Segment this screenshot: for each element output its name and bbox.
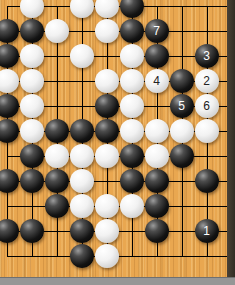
stone-move-number: 6 <box>203 94 210 118</box>
go-stone-black: 3 <box>195 44 219 68</box>
go-stone-white: 6 <box>195 94 219 118</box>
go-stone-white <box>70 194 94 218</box>
go-stone-black <box>20 169 44 193</box>
go-stone-black <box>20 144 44 168</box>
go-stone-white <box>20 69 44 93</box>
go-stone-black <box>95 119 119 143</box>
go-stone-black <box>70 219 94 243</box>
go-stone-black <box>120 144 144 168</box>
go-stone-white <box>20 119 44 143</box>
board-bottom-margin <box>0 277 235 285</box>
go-stone-black <box>120 0 144 18</box>
go-stone-black: 7 <box>145 19 169 43</box>
board-right-edge <box>227 0 235 277</box>
go-stone-black <box>70 119 94 143</box>
go-stone-white <box>195 119 219 143</box>
stone-move-number: 7 <box>153 19 160 43</box>
go-stone-black <box>145 169 169 193</box>
go-stone-white <box>145 144 169 168</box>
go-stone-black <box>45 169 69 193</box>
go-stone-black <box>145 44 169 68</box>
go-stone-black <box>70 244 94 268</box>
go-stone-white <box>120 194 144 218</box>
go-stone-white <box>120 94 144 118</box>
go-stone-white <box>120 44 144 68</box>
go-stone-black <box>20 19 44 43</box>
go-stone-black <box>170 69 194 93</box>
go-stone-white <box>95 244 119 268</box>
go-stone-white <box>70 144 94 168</box>
go-stone-white <box>70 169 94 193</box>
stone-move-number: 2 <box>203 69 210 93</box>
stone-move-number: 3 <box>203 44 210 68</box>
go-stone-black <box>0 119 19 143</box>
go-stone-black <box>0 219 19 243</box>
go-stone-black <box>95 94 119 118</box>
go-stone-black <box>20 219 44 243</box>
go-stone-white <box>20 44 44 68</box>
go-stone-white <box>95 194 119 218</box>
go-stone-white <box>95 69 119 93</box>
go-stone-white <box>95 219 119 243</box>
go-stone-white <box>170 119 194 143</box>
go-stone-white: 4 <box>145 69 169 93</box>
go-stone-black <box>0 19 19 43</box>
go-stone-white: 2 <box>195 69 219 93</box>
go-stone-white <box>20 94 44 118</box>
go-stone-white <box>45 19 69 43</box>
go-stone-black <box>195 169 219 193</box>
stone-move-number: 4 <box>153 69 160 93</box>
go-stone-white <box>95 0 119 18</box>
go-stone-black <box>0 94 19 118</box>
go-stone-black: 5 <box>170 94 194 118</box>
go-stone-white <box>120 119 144 143</box>
go-stone-white <box>0 69 19 93</box>
go-stone-black <box>170 144 194 168</box>
go-stone-white <box>95 144 119 168</box>
go-stone-white <box>45 144 69 168</box>
go-stone-black: 1 <box>195 219 219 243</box>
stone-move-number: 5 <box>178 94 185 118</box>
go-board-window: 7342561 <box>0 0 235 285</box>
go-stone-white <box>20 0 44 18</box>
go-stone-white <box>95 19 119 43</box>
go-stone-white <box>145 119 169 143</box>
stone-move-number: 1 <box>203 219 210 243</box>
go-stone-white <box>120 69 144 93</box>
go-stone-black <box>0 169 19 193</box>
go-stone-black <box>45 119 69 143</box>
go-stone-black <box>120 19 144 43</box>
go-stone-black <box>145 219 169 243</box>
go-board[interactable]: 7342561 <box>0 0 227 277</box>
go-stone-white <box>70 44 94 68</box>
go-stone-black <box>145 194 169 218</box>
go-stone-white <box>70 0 94 18</box>
go-stone-black <box>0 44 19 68</box>
go-stone-black <box>120 169 144 193</box>
go-stone-black <box>45 194 69 218</box>
